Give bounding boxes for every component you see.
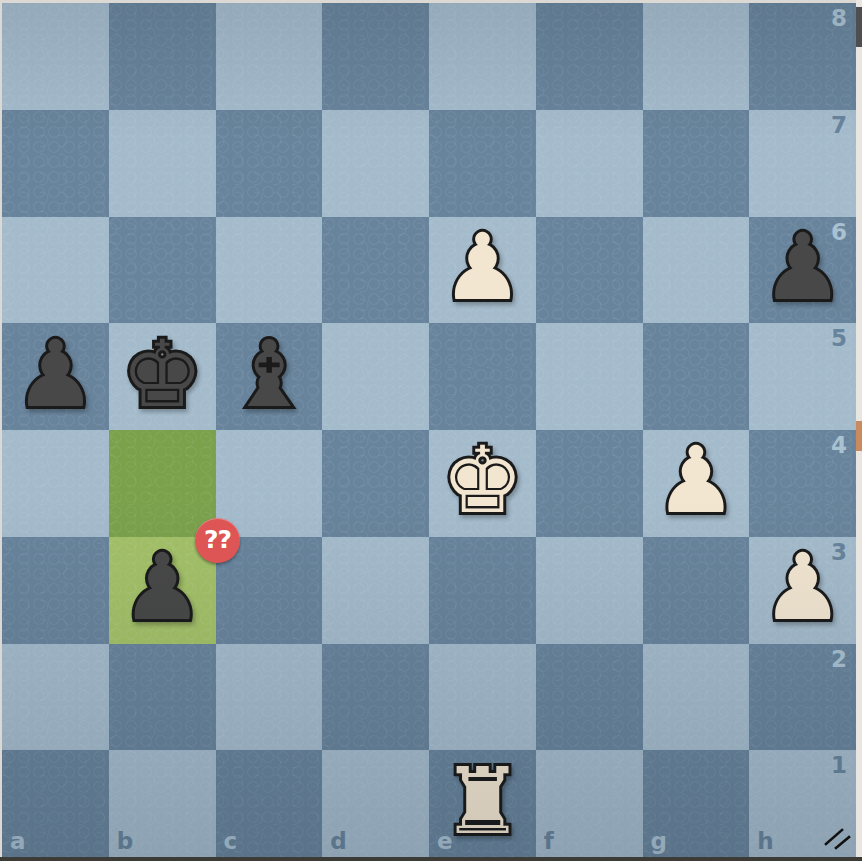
coord-file-d: d [330,830,346,853]
board-grid: 87♟6♟♟♚♝5♚♟4♟3♟2abcde♜fgh1 [2,3,856,857]
square-h4[interactable]: 4 [749,430,856,537]
square-f7[interactable] [536,110,643,217]
square-f5[interactable] [536,323,643,430]
square-a5[interactable]: ♟ [2,323,109,430]
piece-white-pawn-g4[interactable]: ♟ [655,435,737,527]
page-background: 87♟6♟♟♚♝5♚♟4♟3♟2abcde♜fgh1 ?? [0,0,862,861]
coord-rank-1: 1 [831,754,847,777]
square-c1[interactable]: c [216,750,323,857]
square-g2[interactable] [643,644,750,751]
piece-black-pawn-b3[interactable]: ♟ [121,542,203,634]
square-a6[interactable] [2,217,109,324]
square-d4[interactable] [322,430,429,537]
square-g8[interactable] [643,3,750,110]
coord-file-f: f [544,830,554,853]
square-b5[interactable]: ♚ [109,323,216,430]
coord-file-c: c [224,830,238,853]
piece-black-pawn-a5[interactable]: ♟ [14,329,96,421]
coord-file-a: a [10,830,26,853]
blunder-badge-label: ?? [204,525,231,554]
square-a4[interactable] [2,430,109,537]
square-f6[interactable] [536,217,643,324]
square-e2[interactable] [429,644,536,751]
piece-black-pawn-h6[interactable]: ♟ [761,222,843,314]
square-b6[interactable] [109,217,216,324]
square-b2[interactable] [109,644,216,751]
square-e5[interactable] [429,323,536,430]
edge-top-block [856,7,862,47]
square-d5[interactable] [322,323,429,430]
square-a3[interactable] [2,537,109,644]
square-f1[interactable]: f [536,750,643,857]
square-e7[interactable] [429,110,536,217]
coord-rank-4: 4 [831,434,847,457]
square-h3[interactable]: 3♟ [749,537,856,644]
square-e6[interactable]: ♟ [429,217,536,324]
square-g5[interactable] [643,323,750,430]
square-c6[interactable] [216,217,323,324]
coord-file-g: g [651,830,667,853]
square-h2[interactable]: 2 [749,644,856,751]
square-f2[interactable] [536,644,643,751]
square-b7[interactable] [109,110,216,217]
square-c5[interactable]: ♝ [216,323,323,430]
square-d8[interactable] [322,3,429,110]
square-e1[interactable]: e♜ [429,750,536,857]
coord-rank-5: 5 [831,327,847,350]
square-d2[interactable] [322,644,429,751]
piece-black-bishop-c5[interactable]: ♝ [228,329,310,421]
square-e3[interactable] [429,537,536,644]
square-d3[interactable] [322,537,429,644]
square-f3[interactable] [536,537,643,644]
square-d6[interactable] [322,217,429,324]
square-b1[interactable]: b [109,750,216,857]
square-d1[interactable]: d [322,750,429,857]
square-e8[interactable] [429,3,536,110]
square-e4[interactable]: ♚ [429,430,536,537]
square-h5[interactable]: 5 [749,323,856,430]
coord-file-b: b [117,830,133,853]
edge-orange-marker [856,421,862,451]
square-f4[interactable] [536,430,643,537]
blunder-badge: ?? [195,518,240,563]
piece-white-pawn-h3[interactable]: ♟ [761,542,843,634]
coord-rank-8: 8 [831,7,847,30]
square-a1[interactable]: a [2,750,109,857]
square-c8[interactable] [216,3,323,110]
board-bottom-edge [0,857,862,861]
coord-rank-7: 7 [831,114,847,137]
piece-white-pawn-e6[interactable]: ♟ [441,222,523,314]
square-h7[interactable]: 7 [749,110,856,217]
piece-white-king-e4[interactable]: ♚ [441,435,523,527]
square-h8[interactable]: 8 [749,3,856,110]
square-c7[interactable] [216,110,323,217]
square-c4[interactable] [216,430,323,537]
square-g1[interactable]: g [643,750,750,857]
piece-white-rook-e1[interactable]: ♜ [441,756,523,848]
square-g6[interactable] [643,217,750,324]
square-g4[interactable]: ♟ [643,430,750,537]
square-b8[interactable] [109,3,216,110]
square-a7[interactable] [2,110,109,217]
chess-board: 87♟6♟♟♚♝5♚♟4♟3♟2abcde♜fgh1 ?? [2,3,856,857]
square-c2[interactable] [216,644,323,751]
square-b4[interactable] [109,430,216,537]
square-h6[interactable]: 6♟ [749,217,856,324]
square-a8[interactable] [2,3,109,110]
piece-black-king-b5[interactable]: ♚ [121,329,203,421]
square-g3[interactable] [643,537,750,644]
square-f8[interactable] [536,3,643,110]
coord-rank-2: 2 [831,648,847,671]
square-a2[interactable] [2,644,109,751]
coord-file-h: h [757,830,773,853]
square-g7[interactable] [643,110,750,217]
board-resize-handle[interactable] [822,826,852,850]
square-d7[interactable] [322,110,429,217]
